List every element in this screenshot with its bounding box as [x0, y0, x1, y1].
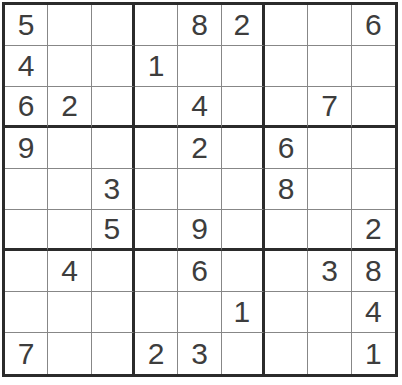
cell-r3c9[interactable] — [352, 87, 395, 128]
cell-r5c8[interactable] — [308, 169, 351, 210]
cell-r8c4[interactable] — [135, 292, 178, 333]
cell-r5c6[interactable] — [222, 169, 265, 210]
cell-r6c3[interactable]: 5 — [92, 210, 135, 251]
cell-r5c4[interactable] — [135, 169, 178, 210]
cell-r9c8[interactable] — [308, 333, 351, 374]
cell-r3c3[interactable] — [92, 87, 135, 128]
cell-r3c1[interactable]: 6 — [5, 87, 48, 128]
cell-r4c1[interactable]: 9 — [5, 128, 48, 169]
cell-r2c5[interactable] — [178, 46, 221, 87]
cell-r4c5[interactable]: 2 — [178, 128, 221, 169]
cell-r1c9[interactable]: 6 — [352, 5, 395, 46]
cell-r5c9[interactable] — [352, 169, 395, 210]
cell-r9c9[interactable]: 1 — [352, 333, 395, 374]
cell-r6c2[interactable] — [48, 210, 91, 251]
cell-r1c5[interactable]: 8 — [178, 5, 221, 46]
cell-r2c9[interactable] — [352, 46, 395, 87]
cell-r7c8[interactable]: 3 — [308, 251, 351, 292]
cell-r4c2[interactable] — [48, 128, 91, 169]
cell-r8c2[interactable] — [48, 292, 91, 333]
sudoku-screen: 5826416247926385924638147231 — [0, 0, 402, 385]
cell-r7c2[interactable]: 4 — [48, 251, 91, 292]
cell-r2c3[interactable] — [92, 46, 135, 87]
cell-r8c5[interactable] — [178, 292, 221, 333]
cell-r8c7[interactable] — [265, 292, 308, 333]
cell-r3c7[interactable] — [265, 87, 308, 128]
cell-r1c6[interactable]: 2 — [222, 5, 265, 46]
cell-r3c8[interactable]: 7 — [308, 87, 351, 128]
cell-r4c8[interactable] — [308, 128, 351, 169]
cell-r5c2[interactable] — [48, 169, 91, 210]
cell-r7c1[interactable] — [5, 251, 48, 292]
cell-r2c6[interactable] — [222, 46, 265, 87]
cell-r4c7[interactable]: 6 — [265, 128, 308, 169]
cell-r1c7[interactable] — [265, 5, 308, 46]
cell-r6c5[interactable]: 9 — [178, 210, 221, 251]
cell-r5c3[interactable]: 3 — [92, 169, 135, 210]
cell-r9c4[interactable]: 2 — [135, 333, 178, 374]
cell-r9c7[interactable] — [265, 333, 308, 374]
cell-r7c3[interactable] — [92, 251, 135, 292]
cell-r4c4[interactable] — [135, 128, 178, 169]
cell-r2c8[interactable] — [308, 46, 351, 87]
cell-r6c9[interactable]: 2 — [352, 210, 395, 251]
cell-r6c7[interactable] — [265, 210, 308, 251]
cell-r1c3[interactable] — [92, 5, 135, 46]
cell-r3c5[interactable]: 4 — [178, 87, 221, 128]
cell-r4c9[interactable] — [352, 128, 395, 169]
cell-r5c1[interactable] — [5, 169, 48, 210]
cell-r1c8[interactable] — [308, 5, 351, 46]
cell-r1c4[interactable] — [135, 5, 178, 46]
cell-r5c5[interactable] — [178, 169, 221, 210]
cell-r4c3[interactable] — [92, 128, 135, 169]
cell-r7c6[interactable] — [222, 251, 265, 292]
cell-r5c7[interactable]: 8 — [265, 169, 308, 210]
cell-r9c1[interactable]: 7 — [5, 333, 48, 374]
cell-r8c1[interactable] — [5, 292, 48, 333]
cell-r2c2[interactable] — [48, 46, 91, 87]
cell-r6c8[interactable] — [308, 210, 351, 251]
cell-r8c3[interactable] — [92, 292, 135, 333]
cell-r4c6[interactable] — [222, 128, 265, 169]
cell-r3c4[interactable] — [135, 87, 178, 128]
cell-r3c2[interactable]: 2 — [48, 87, 91, 128]
cell-r3c6[interactable] — [222, 87, 265, 128]
cell-r8c6[interactable]: 1 — [222, 292, 265, 333]
cell-r7c7[interactable] — [265, 251, 308, 292]
cell-r2c1[interactable]: 4 — [5, 46, 48, 87]
cell-r7c9[interactable]: 8 — [352, 251, 395, 292]
cell-r2c7[interactable] — [265, 46, 308, 87]
cell-r1c2[interactable] — [48, 5, 91, 46]
cell-r8c8[interactable] — [308, 292, 351, 333]
cell-r7c5[interactable]: 6 — [178, 251, 221, 292]
cell-r6c1[interactable] — [5, 210, 48, 251]
cell-r8c9[interactable]: 4 — [352, 292, 395, 333]
sudoku-board: 5826416247926385924638147231 — [2, 2, 398, 377]
cell-r2c4[interactable]: 1 — [135, 46, 178, 87]
cell-r9c3[interactable] — [92, 333, 135, 374]
cell-r7c4[interactable] — [135, 251, 178, 292]
cell-r6c4[interactable] — [135, 210, 178, 251]
cell-r1c1[interactable]: 5 — [5, 5, 48, 46]
cell-r9c5[interactable]: 3 — [178, 333, 221, 374]
cell-r6c6[interactable] — [222, 210, 265, 251]
cell-r9c2[interactable] — [48, 333, 91, 374]
cell-r9c6[interactable] — [222, 333, 265, 374]
